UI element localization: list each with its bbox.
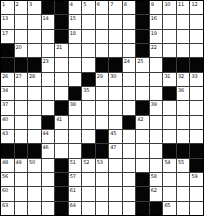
crossword-cell-r2c7[interactable] [82, 15, 95, 28]
crossword-cell-r7c3[interactable] [28, 87, 41, 100]
crossword-cell-r3c6[interactable]: 18 [69, 30, 82, 43]
crossword-cell-r5c12[interactable] [150, 58, 163, 71]
crossword-cell-r7c9[interactable] [109, 87, 122, 100]
black-cell-r5c8 [96, 58, 109, 71]
crossword-cell-r10c9[interactable]: 45 [109, 130, 122, 143]
crossword-cell-r15c10[interactable] [123, 202, 136, 215]
crossword-cell-r12c8[interactable]: 53 [96, 159, 109, 172]
crossword-cell-r9c6[interactable] [69, 116, 82, 129]
clue-number: 8 [124, 1, 127, 7]
clue-number: 64 [70, 202, 76, 208]
clue-number: 38 [70, 101, 76, 107]
clue-number: 17 [2, 30, 8, 36]
clue-number: 48 [2, 159, 8, 165]
black-cell-r5c14 [177, 58, 190, 71]
clue-number: 63 [2, 202, 8, 208]
black-cell-r1c11 [136, 1, 149, 14]
crossword-cell-r12c12[interactable] [150, 159, 163, 172]
black-cell-r9c10 [123, 116, 136, 129]
clue-number: 56 [2, 173, 8, 179]
crossword-cell-r9c2[interactable] [15, 116, 28, 129]
crossword-cell-r5c11[interactable]: 25 [136, 58, 149, 71]
clue-number: 28 [29, 73, 35, 79]
clue-number: 37 [2, 101, 8, 107]
crossword-cell-r3c14[interactable] [177, 30, 190, 43]
crossword-cell-r12c14[interactable]: 55 [177, 159, 190, 172]
crossword-cell-r6c5[interactable] [55, 73, 68, 86]
crossword-cell-r13c14[interactable] [177, 173, 190, 186]
clue-number: 6 [97, 1, 100, 7]
crossword-cell-r11c10[interactable] [123, 144, 136, 157]
black-cell-r1c5 [55, 1, 68, 14]
clue-number: 43 [2, 130, 8, 136]
crossword-cell-r3c4[interactable] [42, 30, 55, 43]
black-cell-r12c5 [55, 159, 68, 172]
crossword-cell-r12c6[interactable]: 51 [69, 159, 82, 172]
black-cell-r5c2 [15, 58, 28, 71]
clue-number: 5 [83, 1, 86, 7]
black-cell-r5c9 [109, 58, 122, 71]
crossword-cell-r7c1[interactable]: 34 [1, 87, 14, 100]
clue-number: 2 [16, 1, 19, 7]
crossword-cell-r2c15[interactable] [190, 15, 203, 28]
crossword-cell-r2c3[interactable] [28, 15, 41, 28]
black-cell-r5c15 [190, 58, 203, 71]
black-cell-r2c5 [55, 15, 68, 28]
crossword-cell-r3c10[interactable] [123, 30, 136, 43]
clue-number: 41 [56, 116, 62, 122]
crossword-cell-r13c13[interactable] [163, 173, 176, 186]
crossword-cell-r7c8[interactable] [96, 87, 109, 100]
crossword-cell-r4c2[interactable]: 20 [15, 44, 28, 57]
crossword-cell-r15c13[interactable]: 65 [163, 202, 176, 215]
clue-number: 25 [137, 58, 143, 64]
crossword-cell-r13c9[interactable] [109, 173, 122, 186]
crossword-cell-r6c6[interactable] [69, 73, 82, 86]
crossword-cell-r11c11[interactable] [136, 144, 149, 157]
crossword-cell-r9c11[interactable]: 42 [136, 116, 149, 129]
crossword-cell-r15c15[interactable] [190, 202, 203, 215]
crossword-cell-r11c9[interactable]: 47 [109, 144, 122, 157]
crossword-cell-r7c4[interactable] [42, 87, 55, 100]
crossword-cell-r1c14[interactable]: 11 [177, 1, 190, 14]
crossword-cell-r3c3[interactable] [28, 30, 41, 43]
clue-number: 58 [151, 173, 157, 179]
crossword-cell-r13c10[interactable] [123, 173, 136, 186]
crossword-cell-r12c4[interactable] [42, 159, 55, 172]
black-cell-r14c11 [136, 187, 149, 200]
clue-number: 3 [29, 1, 32, 7]
crossword-cell-r14c6[interactable]: 61 [69, 187, 82, 200]
crossword-cell-r1c15[interactable]: 12 [190, 1, 203, 14]
crossword-cell-r9c13[interactable] [163, 116, 176, 129]
crossword-cell-r12c3[interactable]: 50 [28, 159, 41, 172]
clue-number: 30 [110, 73, 116, 79]
black-cell-r15c5 [55, 202, 68, 215]
clue-number: 49 [16, 159, 22, 165]
crossword-cell-r6c14[interactable]: 32 [177, 73, 190, 86]
crossword-cell-r10c5[interactable] [55, 130, 68, 143]
crossword-cell-r13c3[interactable] [28, 173, 41, 186]
crossword-cell-r8c9[interactable] [109, 101, 122, 114]
clue-number: 32 [178, 73, 184, 79]
black-cell-r4c1 [1, 44, 14, 57]
clue-number: 55 [178, 159, 184, 165]
crossword-cell-r10c7[interactable] [82, 130, 95, 143]
crossword-cell-r13c2[interactable] [15, 173, 28, 186]
crossword-cell-r6c3[interactable]: 28 [28, 73, 41, 86]
crossword-cell-r9c5[interactable]: 41 [55, 116, 68, 129]
black-cell-r8c11 [136, 101, 149, 114]
crossword-cell-r1c9[interactable]: 7 [109, 1, 122, 14]
crossword-cell-r10c15[interactable] [190, 130, 203, 143]
clue-number: 26 [2, 73, 8, 79]
clue-number: 36 [178, 87, 184, 93]
clue-number: 15 [70, 15, 76, 21]
crossword-cell-r12c1[interactable]: 48 [1, 159, 14, 172]
black-cell-r8c5 [55, 101, 68, 114]
crossword-cell-r14c3[interactable] [28, 187, 41, 200]
black-cell-r11c14 [177, 144, 190, 157]
crossword-cell-r2c1[interactable]: 13 [1, 15, 14, 28]
crossword-cell-r1c1[interactable]: 1 [1, 1, 14, 14]
clue-number: 13 [2, 15, 8, 21]
crossword-cell-r12c10[interactable] [123, 159, 136, 172]
crossword-cell-r14c13[interactable] [163, 187, 176, 200]
crossword-cell-r12c9[interactable] [109, 159, 122, 172]
clue-number: 16 [151, 15, 157, 21]
clue-number: 46 [43, 144, 49, 150]
crossword-cell-r8c4[interactable] [42, 101, 55, 114]
crossword-cell-r8c14[interactable] [177, 101, 190, 114]
crossword-cell-r2c10[interactable] [123, 15, 136, 28]
crossword-cell-r2c13[interactable] [163, 15, 176, 28]
clue-number: 53 [97, 159, 103, 165]
clue-number: 59 [191, 173, 197, 179]
black-cell-r2c11 [136, 15, 149, 28]
crossword-cell-r3c7[interactable] [82, 30, 95, 43]
clue-number: 57 [70, 173, 76, 179]
crossword-cell-r6c10[interactable] [123, 73, 136, 86]
crossword-cell-r1c13[interactable]: 10 [163, 1, 176, 14]
crossword-cell-r11c12[interactable] [150, 144, 163, 157]
crossword-cell-r4c3[interactable] [28, 44, 41, 57]
crossword-cell-r10c12[interactable] [150, 130, 163, 143]
clue-number: 19 [151, 30, 157, 36]
clue-number: 47 [110, 144, 116, 150]
crossword-cell-r13c12[interactable]: 58 [150, 173, 163, 186]
clue-number: 14 [43, 15, 49, 21]
crossword-cell-r3c15[interactable] [190, 30, 203, 43]
crossword-cell-r3c2[interactable] [15, 30, 28, 43]
crossword-cell-r12c2[interactable]: 49 [15, 159, 28, 172]
clue-number: 23 [43, 58, 49, 64]
crossword-cell-r10c13[interactable] [163, 130, 176, 143]
crossword-cell-r10c10[interactable] [123, 130, 136, 143]
crossword-cell-r8c15[interactable] [190, 101, 203, 114]
crossword-cell-r15c1[interactable]: 63 [1, 202, 14, 215]
crossword-cell-r1c10[interactable]: 8 [123, 1, 136, 14]
crossword-cell-r7c2[interactable] [15, 87, 28, 100]
crossword-cell-r8c7[interactable] [82, 101, 95, 114]
crossword-cell-r5c7[interactable] [82, 58, 95, 71]
crossword-cell-r12c13[interactable]: 54 [163, 159, 176, 172]
crossword-cell-r10c11[interactable] [136, 130, 149, 143]
crossword-cell-r14c4[interactable] [42, 187, 55, 200]
crossword-cell-r4c6[interactable] [69, 44, 82, 57]
crossword-cell-r8c1[interactable]: 37 [1, 101, 14, 114]
clue-number: 65 [164, 202, 170, 208]
clue-number: 11 [178, 1, 184, 7]
crossword-cell-r3c13[interactable] [163, 30, 176, 43]
crossword-cell-r14c1[interactable]: 60 [1, 187, 14, 200]
crossword-cell-r6c12[interactable] [150, 73, 163, 86]
black-cell-r11c2 [15, 144, 28, 157]
crossword-cell-r14c2[interactable] [15, 187, 28, 200]
crossword-cell-r1c2[interactable]: 2 [15, 1, 28, 14]
crossword-cell-r14c7[interactable] [82, 187, 95, 200]
crossword-cell-r14c12[interactable]: 62 [150, 187, 163, 200]
clue-number: 31 [164, 73, 170, 79]
crossword-cell-r5c6[interactable] [69, 58, 82, 71]
black-cell-r15c12 [150, 202, 163, 215]
crossword-cell-r15c9[interactable] [109, 202, 122, 215]
clue-number: 45 [110, 130, 116, 136]
black-cell-r10c8 [96, 130, 109, 143]
crossword-cell-r14c15[interactable] [190, 187, 203, 200]
crossword-cell-r7c15[interactable] [190, 87, 203, 100]
crossword-cell-r13c7[interactable] [82, 173, 95, 186]
crossword-cell-r15c3[interactable] [28, 202, 41, 215]
crossword-cell-r2c14[interactable] [177, 15, 190, 28]
crossword-cell-r7c5[interactable] [55, 87, 68, 100]
clue-number: 42 [137, 116, 143, 122]
clue-number: 4 [70, 1, 73, 7]
crossword-cell-r6c1[interactable]: 26 [1, 73, 14, 86]
crossword-cell-r1c6[interactable]: 4 [69, 1, 82, 14]
crossword-cell-r7c11[interactable] [136, 87, 149, 100]
crossword-cell-r9c15[interactable] [190, 116, 203, 129]
crossword-cell-r1c12[interactable]: 9 [150, 1, 163, 14]
clue-number: 9 [151, 1, 154, 7]
crossword-cell-r3c1[interactable]: 17 [1, 30, 14, 43]
crossword-cell-r4c8[interactable] [96, 44, 109, 57]
black-cell-r1c4 [42, 1, 55, 14]
clue-number: 22 [151, 44, 157, 50]
crossword-cell-r10c4[interactable]: 44 [42, 130, 55, 143]
crossword-cell-r2c4[interactable]: 14 [42, 15, 55, 28]
crossword-cell-r5c10[interactable]: 24 [123, 58, 136, 71]
black-cell-r3c5 [55, 30, 68, 43]
crossword-cell-r9c3[interactable] [28, 116, 41, 129]
black-cell-r4c11 [136, 44, 149, 57]
crossword-cell-r10c2[interactable] [15, 130, 28, 143]
crossword-cell-r2c8[interactable] [96, 15, 109, 28]
crossword-cell-r3c8[interactable] [96, 30, 109, 43]
black-cell-r14c5 [55, 187, 68, 200]
crossword-cell-r15c2[interactable] [15, 202, 28, 215]
crossword-cell-r14c10[interactable] [123, 187, 136, 200]
crossword-cell-r12c11[interactable] [136, 159, 149, 172]
crossword-cell-r2c2[interactable] [15, 15, 28, 28]
crossword-cell-r8c13[interactable] [163, 101, 176, 114]
black-cell-r11c7 [82, 144, 95, 157]
crossword-cell-r9c12[interactable] [150, 116, 163, 129]
crossword-cell-r8c12[interactable]: 39 [150, 101, 163, 114]
crossword-cell-r4c7[interactable] [82, 44, 95, 57]
crossword-cell-r9c9[interactable] [109, 116, 122, 129]
black-cell-r15c11 [136, 202, 149, 215]
crossword-cell-r13c8[interactable] [96, 173, 109, 186]
black-cell-r3c11 [136, 30, 149, 43]
crossword-cell-r4c9[interactable] [109, 44, 122, 57]
crossword-cell-r6c9[interactable]: 30 [109, 73, 122, 86]
black-cell-r11c13 [163, 144, 176, 157]
crossword-cell-r10c3[interactable] [28, 130, 41, 143]
clue-number: 40 [2, 116, 8, 122]
clue-number: 62 [151, 187, 157, 193]
crossword-cell-r9c1[interactable]: 40 [1, 116, 14, 129]
clue-number: 7 [110, 1, 113, 7]
black-cell-r6c7 [82, 73, 95, 86]
crossword-cell-r15c4[interactable] [42, 202, 55, 215]
crossword-cell-r7c10[interactable] [123, 87, 136, 100]
black-cell-r9c4 [42, 116, 55, 129]
black-cell-r11c15 [190, 144, 203, 157]
clue-number: 61 [70, 187, 76, 193]
black-cell-r11c3 [28, 144, 41, 157]
clue-number: 10 [164, 1, 170, 7]
black-cell-r5c1 [1, 58, 14, 71]
clue-number: 39 [151, 101, 157, 107]
crossword-cell-r4c12[interactable]: 22 [150, 44, 163, 57]
crossword-cell-r9c14[interactable] [177, 116, 190, 129]
crossword-cell-r2c6[interactable]: 15 [69, 15, 82, 28]
crossword-cell-r2c12[interactable]: 16 [150, 15, 163, 28]
crossword-cell-r8c10[interactable] [123, 101, 136, 114]
crossword-cell-r1c7[interactable]: 5 [82, 1, 95, 14]
clue-number: 50 [29, 159, 35, 165]
clue-number: 44 [43, 130, 49, 136]
crossword-cell-r6c2[interactable]: 27 [15, 73, 28, 86]
crossword-cell-r14c8[interactable] [96, 187, 109, 200]
crossword-cell-r10c14[interactable] [177, 130, 190, 143]
clue-number: 18 [70, 30, 76, 36]
crossword-cell-r1c8[interactable]: 6 [96, 1, 109, 14]
crossword-cell-r4c5[interactable]: 21 [55, 44, 68, 57]
crossword-cell-r4c13[interactable] [163, 44, 176, 57]
crossword-cell-r6c15[interactable]: 33 [190, 73, 203, 86]
crossword-cell-r4c15[interactable] [190, 44, 203, 57]
crossword-cell-r10c1[interactable]: 43 [1, 130, 14, 143]
crossword-cell-r15c7[interactable] [82, 202, 95, 215]
black-cell-r12c15 [190, 159, 203, 172]
clue-number: 24 [124, 58, 130, 64]
crossword-cell-r15c6[interactable]: 64 [69, 202, 82, 215]
crossword-cell-r1c3[interactable]: 3 [28, 1, 41, 14]
black-cell-r11c8 [96, 144, 109, 157]
crossword-cell-r13c4[interactable] [42, 173, 55, 186]
crossword-cell-r14c14[interactable] [177, 187, 190, 200]
black-cell-r13c5 [55, 173, 68, 186]
crossword-cell-r6c13[interactable]: 31 [163, 73, 176, 86]
crossword-cell-r6c4[interactable] [42, 73, 55, 86]
black-cell-r11c1 [1, 144, 14, 157]
crossword-cell-r13c15[interactable]: 59 [190, 173, 203, 186]
crossword-cell-r4c14[interactable] [177, 44, 190, 57]
black-cell-r5c13 [163, 58, 176, 71]
crossword-cell-r11c4[interactable]: 46 [42, 144, 55, 157]
clue-number: 34 [2, 87, 8, 93]
crossword-grid: 1234567891011121314151617181920212223242… [0, 0, 204, 216]
clue-number: 60 [2, 187, 8, 193]
crossword-cell-r7c14[interactable]: 36 [177, 87, 190, 100]
crossword-cell-r8c8[interactable] [96, 101, 109, 114]
black-cell-r7c13 [163, 87, 176, 100]
crossword-cell-r6c8[interactable]: 29 [96, 73, 109, 86]
clue-number: 1 [2, 1, 5, 7]
black-cell-r7c6 [69, 87, 82, 100]
crossword-cell-r6c11[interactable] [136, 73, 149, 86]
crossword-cell-r5c4[interactable]: 23 [42, 58, 55, 71]
crossword-cell-r15c14[interactable] [177, 202, 190, 215]
crossword-cell-r9c7[interactable] [82, 116, 95, 129]
crossword-cell-r14c9[interactable] [109, 187, 122, 200]
clue-number: 20 [16, 44, 22, 50]
black-cell-r5c3 [28, 58, 41, 71]
crossword-cell-r3c9[interactable] [109, 30, 122, 43]
clue-number: 35 [83, 87, 89, 93]
clue-number: 54 [164, 159, 170, 165]
crossword-cell-r4c4[interactable] [42, 44, 55, 57]
clue-number: 33 [191, 73, 197, 79]
clue-number: 21 [56, 44, 62, 50]
crossword-cell-r2c9[interactable] [109, 15, 122, 28]
crossword-cell-r4c10[interactable] [123, 44, 136, 57]
crossword-cell-r15c8[interactable] [96, 202, 109, 215]
crossword-cell-r10c6[interactable] [69, 130, 82, 143]
crossword-cell-r11c5[interactable] [55, 144, 68, 157]
crossword-cell-r13c1[interactable]: 56 [1, 173, 14, 186]
crossword-cell-r8c3[interactable] [28, 101, 41, 114]
crossword-cell-r9c8[interactable] [96, 116, 109, 129]
crossword-cell-r8c2[interactable] [15, 101, 28, 114]
crossword-cell-r5c5[interactable] [55, 58, 68, 71]
clue-number: 52 [83, 159, 89, 165]
crossword-cell-r7c7[interactable]: 35 [82, 87, 95, 100]
clue-number: 27 [16, 73, 22, 79]
clue-number: 12 [191, 1, 197, 7]
crossword-cell-r12c7[interactable]: 52 [82, 159, 95, 172]
crossword-cell-r8c6[interactable]: 38 [69, 101, 82, 114]
crossword-cell-r3c12[interactable]: 19 [150, 30, 163, 43]
clue-number: 51 [70, 159, 76, 165]
crossword-cell-r11c6[interactable] [69, 144, 82, 157]
crossword-cell-r7c12[interactable] [150, 87, 163, 100]
black-cell-r13c11 [136, 173, 149, 186]
crossword-cell-r13c6[interactable]: 57 [69, 173, 82, 186]
clue-number: 29 [97, 73, 103, 79]
